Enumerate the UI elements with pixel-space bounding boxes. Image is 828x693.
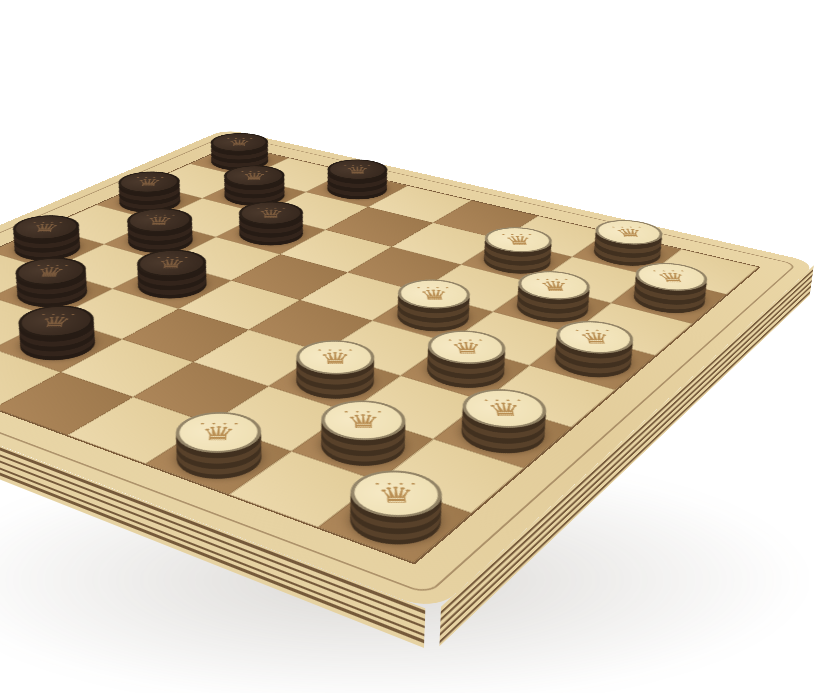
crown-engraving-icon: ••••♛ (223, 165, 285, 186)
checkers-board: ••••♛••••♛••••♛••••♛••••♛••••♛••••♛••••♛… (0, 129, 817, 612)
checker-piece-light[interactable]: ••••♛ (159, 429, 278, 487)
checker-piece-light[interactable]: ••••♛ (622, 279, 716, 319)
photo-canvas: ••••♛••••♛••••♛••••♛••••♛••••♛••••♛••••♛… (0, 0, 828, 693)
checker-piece-light[interactable]: ••••♛ (446, 407, 558, 462)
scene: ••••♛••••♛••••♛••••♛••••♛••••♛••••♛••••♛… (0, 0, 828, 693)
checker-piece-light[interactable]: ••••♛ (333, 488, 458, 554)
checker-piece-light[interactable]: ••••♛ (281, 357, 389, 406)
crown-engraving-icon: ••••♛ (238, 202, 303, 225)
crown-engraving-icon: ••••♛ (327, 159, 389, 179)
